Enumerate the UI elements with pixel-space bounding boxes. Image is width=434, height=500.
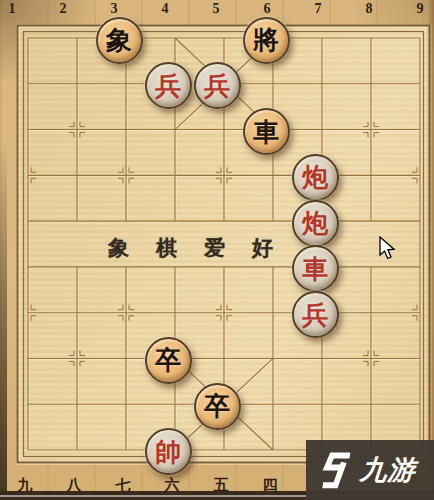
- piece-glyph: 帥: [155, 439, 181, 465]
- piece-glyph: 卒: [155, 347, 181, 373]
- xiangqi-screenshot: 123456789 九八七六五四 象棋爱好 象將兵兵車炮炮車兵卒卒帥 九游: [0, 0, 434, 500]
- piece-glyph: 炮: [302, 164, 328, 190]
- piece-black-soldier[interactable]: 卒: [194, 383, 241, 430]
- piece-red-general[interactable]: 帥: [145, 428, 192, 475]
- piece-black-elephant[interactable]: 象: [96, 17, 143, 64]
- piece-glyph: 兵: [204, 73, 230, 99]
- piece-red-cannon[interactable]: 炮: [292, 200, 339, 247]
- piece-red-soldier[interactable]: 兵: [194, 62, 241, 109]
- piece-glyph: 象: [106, 27, 132, 53]
- ninegame-logo-mark: [320, 449, 354, 491]
- piece-glyph: 卒: [204, 393, 230, 419]
- piece-grid[interactable]: 象將兵兵車炮炮車兵卒卒帥: [4, 15, 434, 473]
- piece-glyph: 炮: [302, 210, 328, 236]
- mouse-cursor: [379, 236, 396, 261]
- piece-black-general[interactable]: 將: [243, 17, 290, 64]
- piece-glyph: 車: [302, 256, 328, 282]
- piece-red-cannon[interactable]: 炮: [292, 154, 339, 201]
- piece-glyph: 兵: [302, 302, 328, 328]
- left-edge-shadow: [0, 140, 7, 500]
- piece-glyph: 兵: [155, 73, 181, 99]
- piece-black-soldier[interactable]: 卒: [145, 337, 192, 384]
- piece-red-chariot[interactable]: 車: [292, 245, 339, 292]
- piece-glyph: 車: [253, 119, 279, 145]
- piece-black-chariot[interactable]: 車: [243, 108, 290, 155]
- piece-red-soldier[interactable]: 兵: [292, 291, 339, 338]
- piece-red-soldier[interactable]: 兵: [145, 62, 192, 109]
- right-edge-shadow: [426, 0, 434, 500]
- ninegame-logo-text: 九游: [359, 452, 418, 488]
- ninegame-logo-overlay: 九游: [306, 440, 434, 500]
- piece-glyph: 將: [253, 27, 279, 53]
